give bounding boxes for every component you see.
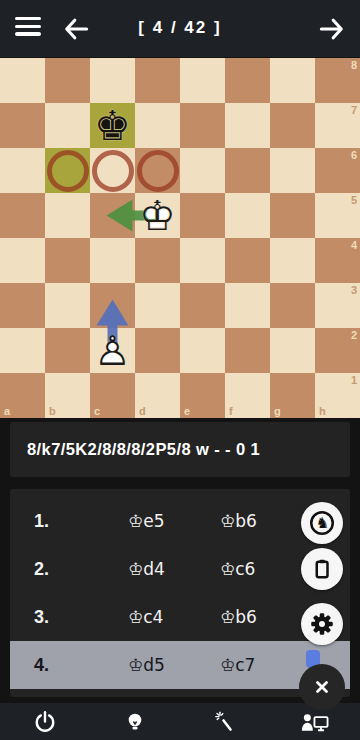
square-f5[interactable]: [225, 193, 270, 238]
square-b7[interactable]: [45, 103, 90, 148]
player-vs-computer-button[interactable]: [280, 710, 350, 734]
engine-knight-button[interactable]: ♞: [301, 502, 343, 544]
square-e8[interactable]: [180, 58, 225, 103]
square-d1[interactable]: d: [135, 373, 180, 418]
rank-label: 7: [351, 104, 357, 116]
square-c4[interactable]: [90, 238, 135, 283]
file-label: g: [274, 405, 281, 417]
file-label: e: [184, 405, 190, 417]
square-h4[interactable]: 4: [315, 238, 360, 283]
rank-label: 6: [351, 149, 357, 161]
close-icon: [310, 675, 334, 699]
square-b6[interactable]: [45, 148, 90, 193]
square-a5[interactable]: [0, 193, 45, 238]
square-a4[interactable]: [0, 238, 45, 283]
square-d4[interactable]: [135, 238, 180, 283]
file-label: h: [319, 405, 326, 417]
auto-solve-button[interactable]: [190, 710, 260, 734]
arrow-right-icon: [317, 14, 347, 44]
power-button[interactable]: [10, 709, 80, 735]
move-row-2[interactable]: 2.♔d4♔c6: [10, 545, 350, 593]
magic-wand-icon: [213, 710, 237, 734]
app-screen: [ 4 / 42 ] 8765432abcdefgh1 ♚♚♔♟♙ 8/k7/5…: [0, 0, 360, 740]
square-c1[interactable]: c: [90, 373, 135, 418]
square-g2[interactable]: [270, 328, 315, 373]
square-g6[interactable]: [270, 148, 315, 193]
square-h8[interactable]: 8: [315, 58, 360, 103]
square-b3[interactable]: [45, 283, 90, 328]
square-e1[interactable]: e: [180, 373, 225, 418]
rank-label: 2: [351, 329, 357, 341]
square-d7[interactable]: [135, 103, 180, 148]
white-move[interactable]: ♔d4: [128, 559, 220, 579]
square-g1[interactable]: g: [270, 373, 315, 418]
annotation-circle: [92, 150, 134, 192]
white-move[interactable]: ♔e5: [128, 511, 220, 531]
square-h3[interactable]: 3: [315, 283, 360, 328]
rank-label: 3: [351, 284, 357, 296]
square-e4[interactable]: [180, 238, 225, 283]
fen-text[interactable]: 8/k7/5K2/8/8/8/2P5/8 w - - 0 1: [10, 440, 260, 459]
file-label: f: [229, 405, 233, 417]
square-e5[interactable]: [180, 193, 225, 238]
square-a8[interactable]: [0, 58, 45, 103]
square-a3[interactable]: [0, 283, 45, 328]
square-h7[interactable]: 7: [315, 103, 360, 148]
square-c8[interactable]: [90, 58, 135, 103]
move-row-1[interactable]: 1.♔e5♔b6: [10, 497, 350, 545]
knight-circle-icon: ♞: [307, 508, 337, 538]
move-number: 3.: [34, 607, 128, 628]
square-c7[interactable]: [90, 103, 135, 148]
top-bar: [ 4 / 42 ]: [0, 0, 360, 57]
square-d3[interactable]: [135, 283, 180, 328]
square-a7[interactable]: [0, 103, 45, 148]
white-move[interactable]: ♔d5: [128, 655, 220, 675]
next-arrow-button[interactable]: [317, 14, 347, 44]
move-row-3[interactable]: 3.♔c4♔b6: [10, 593, 350, 641]
rank-label: 5: [351, 194, 357, 206]
square-b4[interactable]: [45, 238, 90, 283]
file-label: b: [49, 405, 56, 417]
square-h5[interactable]: 5: [315, 193, 360, 238]
square-c6[interactable]: [90, 148, 135, 193]
square-h2[interactable]: 2: [315, 328, 360, 373]
square-e6[interactable]: [180, 148, 225, 193]
square-e7[interactable]: [180, 103, 225, 148]
square-c2[interactable]: [90, 328, 135, 373]
square-g5[interactable]: [270, 193, 315, 238]
person-and-screen-icon: [299, 710, 331, 734]
move-list: 1.♔e5♔b62.♔d4♔c63.♔c4♔b64.♔d5♔c7: [10, 489, 350, 697]
square-b5[interactable]: [45, 193, 90, 238]
square-f2[interactable]: [225, 328, 270, 373]
rank-label: 1: [351, 374, 357, 386]
square-c5[interactable]: [90, 193, 135, 238]
square-d6[interactable]: [135, 148, 180, 193]
copy-fen-button[interactable]: [301, 548, 343, 590]
move-number: 2.: [34, 559, 128, 580]
square-f8[interactable]: [225, 58, 270, 103]
square-b2[interactable]: [45, 328, 90, 373]
square-g8[interactable]: [270, 58, 315, 103]
move-number: 1.: [34, 511, 128, 532]
square-a6[interactable]: [0, 148, 45, 193]
rank-label: 8: [351, 59, 357, 71]
square-a1[interactable]: a: [0, 373, 45, 418]
file-label: d: [139, 405, 146, 417]
rank-label: 4: [351, 239, 357, 251]
chess-board[interactable]: 8765432abcdefgh1: [0, 58, 360, 418]
white-move[interactable]: ♔c4: [128, 607, 220, 627]
svg-text:♞: ♞: [316, 514, 329, 532]
clipboard-icon: [307, 554, 337, 584]
hint-button[interactable]: [100, 710, 170, 734]
square-d8[interactable]: [135, 58, 180, 103]
fen-card: 8/k7/5K2/8/8/8/2P5/8 w - - 0 1: [10, 422, 350, 477]
move-number: 4.: [34, 655, 128, 676]
square-a2[interactable]: [0, 328, 45, 373]
square-c3[interactable]: [90, 283, 135, 328]
square-f4[interactable]: [225, 238, 270, 283]
square-g4[interactable]: [270, 238, 315, 283]
square-f6[interactable]: [225, 148, 270, 193]
gear-icon: [307, 609, 337, 639]
square-f7[interactable]: [225, 103, 270, 148]
annotation-circle: [137, 150, 179, 192]
square-d2[interactable]: [135, 328, 180, 373]
file-label: c: [94, 405, 100, 417]
annotation-circle: [47, 150, 89, 192]
lightbulb-icon: [123, 710, 147, 734]
square-h1[interactable]: h1: [315, 373, 360, 418]
square-f3[interactable]: [225, 283, 270, 328]
settings-button[interactable]: [301, 603, 343, 645]
square-g7[interactable]: [270, 103, 315, 148]
page-title: [ 4 / 42 ]: [0, 18, 360, 38]
square-e3[interactable]: [180, 283, 225, 328]
square-b8[interactable]: [45, 58, 90, 103]
file-label: a: [4, 405, 10, 417]
bottom-toolbar: [0, 703, 360, 740]
power-icon: [32, 709, 58, 735]
close-button[interactable]: [299, 664, 345, 710]
square-b1[interactable]: b: [45, 373, 90, 418]
square-e2[interactable]: [180, 328, 225, 373]
square-h6[interactable]: 6: [315, 148, 360, 193]
square-g3[interactable]: [270, 283, 315, 328]
square-d5[interactable]: [135, 193, 180, 238]
square-f1[interactable]: f: [225, 373, 270, 418]
